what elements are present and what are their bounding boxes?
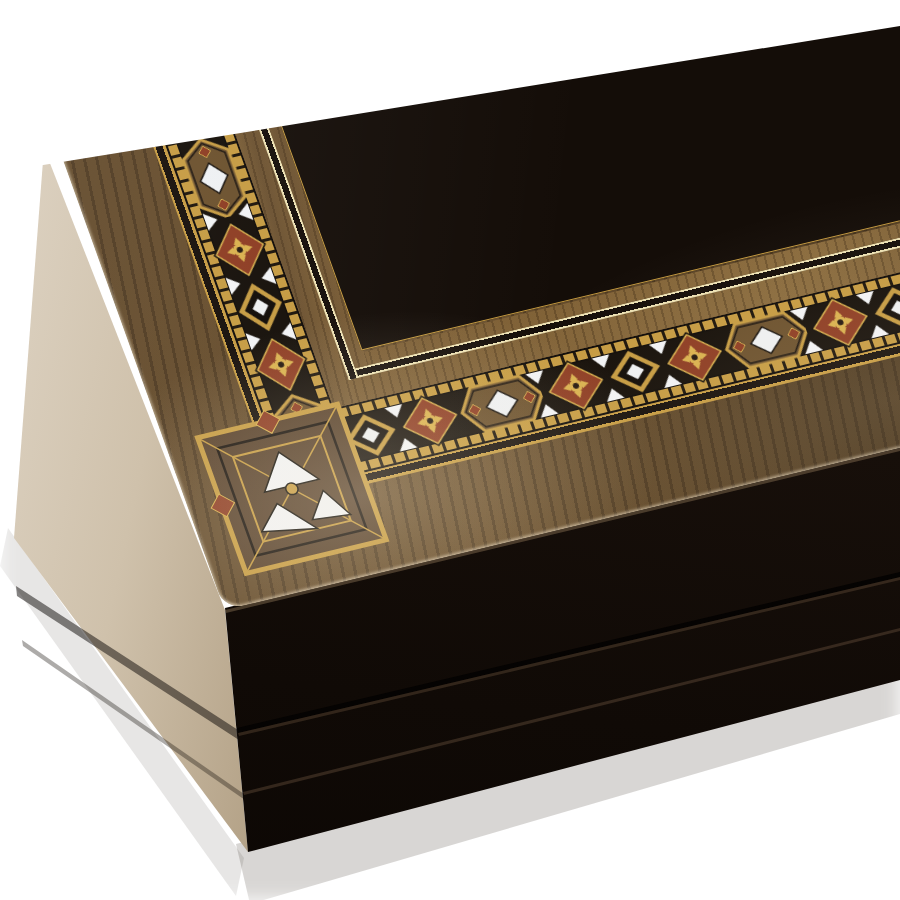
game-box-photo [0, 0, 900, 900]
